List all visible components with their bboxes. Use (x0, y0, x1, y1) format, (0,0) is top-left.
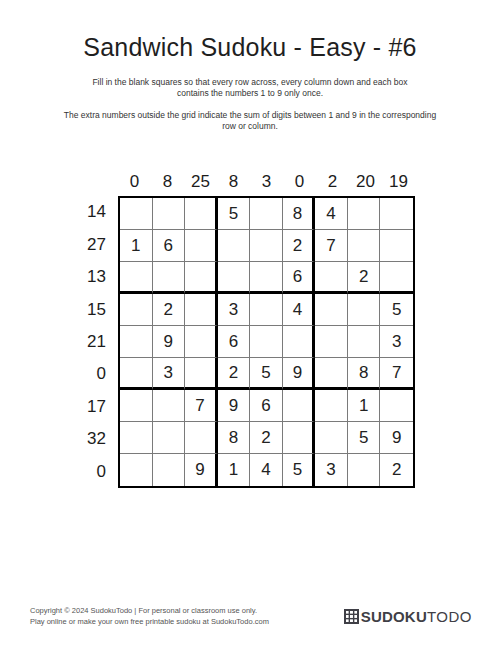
cell-r1c3[interactable] (185, 198, 218, 230)
column-clue-6: 0 (283, 172, 316, 196)
cell-r9c8[interactable] (348, 454, 381, 486)
cell-r7c7[interactable] (315, 390, 348, 422)
cell-r7c6[interactable] (283, 390, 316, 422)
row-clue-7: 17 (78, 391, 118, 423)
cell-r2c4[interactable] (218, 230, 251, 262)
cell-r7c4[interactable]: 9 (218, 390, 251, 422)
cell-r3c7[interactable] (315, 262, 348, 294)
cell-r6c4[interactable]: 2 (218, 358, 251, 390)
cell-r5c4[interactable]: 6 (218, 326, 251, 358)
cell-r4c3[interactable] (185, 294, 218, 326)
row-clues: 1427131521017320 (78, 196, 118, 488)
cell-r2c5[interactable] (250, 230, 283, 262)
cell-r9c9[interactable]: 2 (380, 454, 413, 486)
row-clue-6: 0 (78, 358, 118, 390)
cell-r8c2[interactable] (153, 422, 186, 454)
logo-text-light: TODO (427, 608, 472, 625)
cell-r8c8[interactable]: 5 (348, 422, 381, 454)
cell-r5c8[interactable] (348, 326, 381, 358)
cell-r2c8[interactable] (348, 230, 381, 262)
cell-r1c1[interactable] (120, 198, 153, 230)
cell-r6c6[interactable]: 9 (283, 358, 316, 390)
cell-r8c9[interactable]: 9 (380, 422, 413, 454)
column-clue-3: 25 (184, 172, 217, 196)
cell-r3c4[interactable] (218, 262, 251, 294)
cell-r5c3[interactable] (185, 326, 218, 358)
cell-r9c1[interactable] (120, 454, 153, 486)
copyright-line-1: Copyright © 2024 SudokuTodo | For person… (30, 605, 269, 616)
cell-r1c9[interactable] (380, 198, 413, 230)
cell-r4c1[interactable] (120, 294, 153, 326)
logo-text-bold: SUDOKU (361, 608, 427, 625)
cell-r1c2[interactable] (153, 198, 186, 230)
column-clue-9: 19 (382, 172, 415, 196)
row-clue-5: 21 (78, 326, 118, 358)
cell-r3c6[interactable]: 6 (283, 262, 316, 294)
cell-r8c4[interactable]: 8 (218, 422, 251, 454)
row-clue-3: 13 (78, 261, 118, 293)
page-title: Sandwich Sudoku - Easy - #6 (0, 33, 500, 62)
row-clue-9: 0 (78, 456, 118, 488)
cell-r4c6[interactable]: 4 (283, 294, 316, 326)
cell-r8c3[interactable] (185, 422, 218, 454)
cell-r8c6[interactable] (283, 422, 316, 454)
cell-r1c6[interactable]: 8 (283, 198, 316, 230)
cell-r5c6[interactable] (283, 326, 316, 358)
cell-r4c8[interactable] (348, 294, 381, 326)
cell-r5c7[interactable] (315, 326, 348, 358)
cell-r7c9[interactable] (380, 390, 413, 422)
cell-r9c5[interactable]: 4 (250, 454, 283, 486)
column-clue-4: 8 (217, 172, 250, 196)
column-clue-5: 3 (250, 172, 283, 196)
cell-r5c2[interactable]: 9 (153, 326, 186, 358)
cell-r8c1[interactable] (120, 422, 153, 454)
cell-r4c4[interactable]: 3 (218, 294, 251, 326)
cell-r7c1[interactable] (120, 390, 153, 422)
cell-r9c6[interactable]: 5 (283, 454, 316, 486)
clue-corner-spacer (78, 166, 118, 196)
cell-r6c2[interactable]: 3 (153, 358, 186, 390)
cell-r1c7[interactable]: 4 (315, 198, 348, 230)
cell-r9c7[interactable]: 3 (315, 454, 348, 486)
cell-r6c7[interactable] (315, 358, 348, 390)
copyright-text: Copyright © 2024 SudokuTodo | For person… (30, 605, 269, 627)
column-clues: 082583022019 (118, 166, 415, 196)
cell-r2c9[interactable] (380, 230, 413, 262)
copyright-line-2: Play online or make your own free printa… (30, 616, 269, 627)
cell-r2c3[interactable] (185, 230, 218, 262)
cell-r1c5[interactable] (250, 198, 283, 230)
cell-r9c2[interactable] (153, 454, 186, 486)
sudoku-grid-icon (344, 609, 361, 624)
cell-r4c7[interactable] (315, 294, 348, 326)
cell-r6c5[interactable]: 5 (250, 358, 283, 390)
footer: Copyright © 2024 SudokuTodo | For person… (30, 605, 472, 627)
row-clue-1: 14 (78, 196, 118, 228)
column-clue-7: 2 (316, 172, 349, 196)
cell-r2c7[interactable]: 7 (315, 230, 348, 262)
instructions-rules: Fill in the blank squares so that every … (90, 77, 410, 99)
column-clue-2: 8 (151, 172, 184, 196)
cell-r7c8[interactable]: 1 (348, 390, 381, 422)
column-clue-1: 0 (118, 172, 151, 196)
cell-r2c6[interactable]: 2 (283, 230, 316, 262)
cell-r1c8[interactable] (348, 198, 381, 230)
cell-r6c8[interactable]: 8 (348, 358, 381, 390)
cell-r7c5[interactable]: 6 (250, 390, 283, 422)
row-clue-8: 32 (78, 423, 118, 455)
cell-r7c3[interactable]: 7 (185, 390, 218, 422)
cell-r8c5[interactable]: 2 (250, 422, 283, 454)
cell-r5c1[interactable] (120, 326, 153, 358)
cell-r1c4[interactable]: 5 (218, 198, 251, 230)
cell-r3c3[interactable] (185, 262, 218, 294)
cell-r4c2[interactable]: 2 (153, 294, 186, 326)
instructions-sandwich: The extra numbers outside the grid indic… (61, 110, 439, 132)
cell-r3c1[interactable] (120, 262, 153, 294)
sudoku-board: 584162762234596332598779618259914532 (118, 196, 415, 488)
cell-r2c1[interactable]: 1 (120, 230, 153, 262)
cell-r5c9[interactable]: 3 (380, 326, 413, 358)
cell-r3c2[interactable] (153, 262, 186, 294)
cell-r4c9[interactable]: 5 (380, 294, 413, 326)
cell-r6c9[interactable]: 7 (380, 358, 413, 390)
cell-r2c2[interactable]: 6 (153, 230, 186, 262)
cell-r8c7[interactable] (315, 422, 348, 454)
cell-r6c1[interactable] (120, 358, 153, 390)
sudokutodo-logo: SUDOKUTODO (344, 608, 472, 625)
cell-r3c5[interactable] (250, 262, 283, 294)
cell-r5c5[interactable] (250, 326, 283, 358)
column-clue-8: 20 (349, 172, 382, 196)
cell-r7c2[interactable] (153, 390, 186, 422)
cell-r3c8[interactable]: 2 (348, 262, 381, 294)
cell-r4c5[interactable] (250, 294, 283, 326)
row-clue-4: 15 (78, 293, 118, 325)
cell-r9c3[interactable]: 9 (185, 454, 218, 486)
cell-r6c3[interactable] (185, 358, 218, 390)
cell-r3c9[interactable] (380, 262, 413, 294)
sandwich-sudoku-puzzle: 082583022019 1427131521017320 5841627622… (78, 166, 415, 488)
row-clue-2: 27 (78, 228, 118, 260)
cell-r9c4[interactable]: 1 (218, 454, 251, 486)
